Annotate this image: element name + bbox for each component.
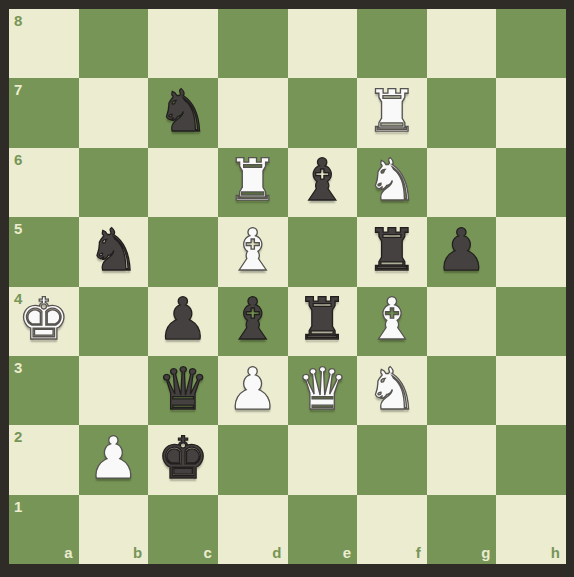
- square-b1[interactable]: b: [79, 495, 149, 564]
- square-h2[interactable]: [496, 425, 566, 494]
- white-pawn[interactable]: ♟: [87, 429, 139, 487]
- file-label-f: f: [416, 545, 421, 560]
- square-f3[interactable]: ♞: [357, 356, 427, 425]
- rank-label-5: 5: [14, 221, 22, 236]
- square-a7[interactable]: 7: [9, 78, 79, 147]
- rank-label-8: 8: [14, 13, 22, 28]
- square-c1[interactable]: c: [148, 495, 218, 564]
- square-b4[interactable]: [79, 287, 149, 356]
- file-label-h: h: [551, 545, 560, 560]
- square-c7[interactable]: ♞: [148, 78, 218, 147]
- square-g6[interactable]: [427, 148, 497, 217]
- square-c8[interactable]: [148, 9, 218, 78]
- square-d2[interactable]: [218, 425, 288, 494]
- square-f2[interactable]: [357, 425, 427, 494]
- square-f7[interactable]: ♜: [357, 78, 427, 147]
- square-c2[interactable]: ♚: [148, 425, 218, 494]
- square-f6[interactable]: ♞: [357, 148, 427, 217]
- square-b2[interactable]: ♟: [79, 425, 149, 494]
- square-d5[interactable]: ♝: [218, 217, 288, 286]
- square-f4[interactable]: ♝: [357, 287, 427, 356]
- square-b6[interactable]: [79, 148, 149, 217]
- square-g5[interactable]: ♟: [427, 217, 497, 286]
- square-b5[interactable]: ♞: [79, 217, 149, 286]
- file-label-a: a: [64, 545, 72, 560]
- white-king[interactable]: ♚: [18, 290, 70, 348]
- file-label-g: g: [481, 545, 490, 560]
- square-e1[interactable]: e: [288, 495, 358, 564]
- square-d8[interactable]: [218, 9, 288, 78]
- file-label-e: e: [343, 545, 351, 560]
- rank-label-1: 1: [14, 499, 22, 514]
- white-pawn[interactable]: ♟: [227, 360, 279, 418]
- square-e4[interactable]: ♜: [288, 287, 358, 356]
- file-label-c: c: [204, 545, 212, 560]
- rank-label-7: 7: [14, 82, 22, 97]
- file-label-b: b: [133, 545, 142, 560]
- black-knight[interactable]: ♞: [157, 82, 209, 140]
- square-f1[interactable]: f: [357, 495, 427, 564]
- white-rook[interactable]: ♜: [227, 151, 279, 209]
- white-bishop[interactable]: ♝: [366, 290, 418, 348]
- square-e8[interactable]: [288, 9, 358, 78]
- square-g7[interactable]: [427, 78, 497, 147]
- square-h5[interactable]: [496, 217, 566, 286]
- square-d4[interactable]: ♝: [218, 287, 288, 356]
- black-king[interactable]: ♚: [157, 429, 209, 487]
- square-b3[interactable]: [79, 356, 149, 425]
- black-pawn[interactable]: ♟: [157, 290, 209, 348]
- square-a3[interactable]: 3: [9, 356, 79, 425]
- square-b8[interactable]: [79, 9, 149, 78]
- square-a4[interactable]: 4♚: [9, 287, 79, 356]
- white-knight[interactable]: ♞: [366, 151, 418, 209]
- square-h6[interactable]: [496, 148, 566, 217]
- square-d3[interactable]: ♟: [218, 356, 288, 425]
- square-b7[interactable]: [79, 78, 149, 147]
- rank-label-2: 2: [14, 429, 22, 444]
- square-c5[interactable]: [148, 217, 218, 286]
- black-queen[interactable]: ♛: [157, 360, 209, 418]
- square-e7[interactable]: [288, 78, 358, 147]
- rank-label-6: 6: [14, 152, 22, 167]
- square-c3[interactable]: ♛: [148, 356, 218, 425]
- square-d1[interactable]: d: [218, 495, 288, 564]
- square-f8[interactable]: [357, 9, 427, 78]
- square-e2[interactable]: [288, 425, 358, 494]
- square-g1[interactable]: g: [427, 495, 497, 564]
- square-h4[interactable]: [496, 287, 566, 356]
- chess-board: 87♞♜6♜♝♞5♞♝♜♟4♚♟♝♜♝3♛♟♛♞2♟♚1abcdefgh: [9, 9, 566, 564]
- square-h1[interactable]: h: [496, 495, 566, 564]
- square-g4[interactable]: [427, 287, 497, 356]
- black-bishop[interactable]: ♝: [227, 290, 279, 348]
- square-c4[interactable]: ♟: [148, 287, 218, 356]
- black-rook[interactable]: ♜: [366, 221, 418, 279]
- square-g3[interactable]: [427, 356, 497, 425]
- black-bishop[interactable]: ♝: [296, 151, 348, 209]
- square-a6[interactable]: 6: [9, 148, 79, 217]
- file-label-d: d: [272, 545, 281, 560]
- square-f5[interactable]: ♜: [357, 217, 427, 286]
- square-a8[interactable]: 8: [9, 9, 79, 78]
- square-e6[interactable]: ♝: [288, 148, 358, 217]
- white-knight[interactable]: ♞: [366, 360, 418, 418]
- chess-app-frame: 87♞♜6♜♝♞5♞♝♜♟4♚♟♝♜♝3♛♟♛♞2♟♚1abcdefgh: [0, 0, 574, 577]
- square-h7[interactable]: [496, 78, 566, 147]
- square-d6[interactable]: ♜: [218, 148, 288, 217]
- square-h8[interactable]: [496, 9, 566, 78]
- white-rook[interactable]: ♜: [366, 82, 418, 140]
- square-e3[interactable]: ♛: [288, 356, 358, 425]
- square-a5[interactable]: 5: [9, 217, 79, 286]
- square-d7[interactable]: [218, 78, 288, 147]
- square-g2[interactable]: [427, 425, 497, 494]
- square-g8[interactable]: [427, 9, 497, 78]
- square-h3[interactable]: [496, 356, 566, 425]
- square-c6[interactable]: [148, 148, 218, 217]
- black-rook[interactable]: ♜: [296, 290, 348, 348]
- square-a1[interactable]: 1a: [9, 495, 79, 564]
- square-e5[interactable]: [288, 217, 358, 286]
- square-a2[interactable]: 2: [9, 425, 79, 494]
- black-knight[interactable]: ♞: [87, 221, 139, 279]
- black-pawn[interactable]: ♟: [436, 221, 488, 279]
- white-queen[interactable]: ♛: [296, 360, 348, 418]
- rank-label-3: 3: [14, 360, 22, 375]
- white-bishop[interactable]: ♝: [227, 221, 279, 279]
